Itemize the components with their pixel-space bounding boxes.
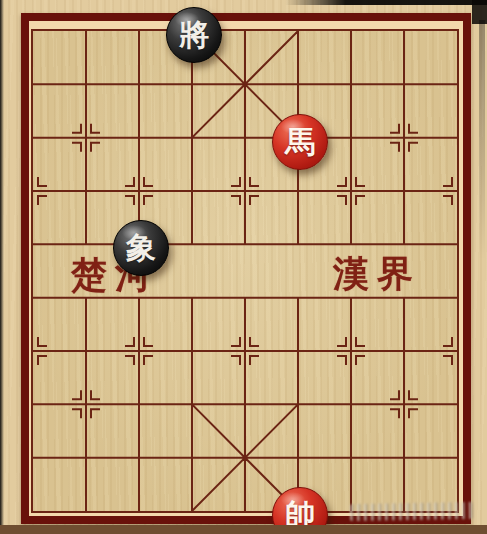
piece-red-horse[interactable]: 馬 [272,114,328,170]
photo-edge-bottom [0,525,487,534]
piece-glyph: 將 [179,20,209,50]
photo-edge-top [285,0,487,5]
xiangqi-board-screenshot: 楚河 漢界 將馬象帥 [0,0,487,534]
piece-black-general[interactable]: 將 [166,7,222,63]
river-label-han-jie: 漢界 [333,252,421,295]
photo-edge-left [0,0,4,534]
piece-black-elephant[interactable]: 象 [113,220,169,276]
watermark [350,502,473,521]
piece-glyph: 象 [126,233,156,263]
photo-edge-right [479,20,485,260]
piece-glyph: 馬 [285,127,315,157]
xiangqi-board[interactable]: 楚河 漢界 將馬象帥 [31,29,459,513]
